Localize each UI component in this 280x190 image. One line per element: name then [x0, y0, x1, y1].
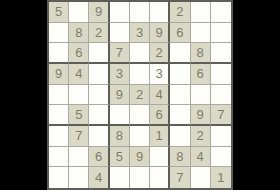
cell-r5c6[interactable]: 4 [150, 85, 170, 106]
cell-r5c9[interactable] [211, 85, 231, 106]
cell-r9c1[interactable] [49, 167, 69, 188]
cell-r8c5[interactable]: 9 [130, 147, 150, 168]
cell-r4c5[interactable] [130, 64, 150, 85]
cell-r3c5[interactable] [130, 43, 150, 64]
cell-r3c8[interactable]: 8 [191, 43, 211, 64]
cell-r2c5[interactable]: 3 [130, 23, 150, 44]
cell-r6c6[interactable]: 6 [150, 105, 170, 126]
cell-r5c4[interactable]: 9 [110, 85, 130, 106]
cell-r1c2[interactable] [69, 2, 89, 23]
cell-r5c8[interactable] [191, 85, 211, 106]
cell-r8c4[interactable]: 5 [110, 147, 130, 168]
cell-r9c2[interactable] [69, 167, 89, 188]
cell-r7c6[interactable]: 1 [150, 126, 170, 147]
cell-r4c1[interactable]: 9 [49, 64, 69, 85]
cell-r3c7[interactable] [170, 43, 190, 64]
cell-r6c7[interactable] [170, 105, 190, 126]
cell-r6c3[interactable] [89, 105, 109, 126]
cell-r7c4[interactable]: 8 [110, 126, 130, 147]
cell-r3c9[interactable] [211, 43, 231, 64]
cell-r4c2[interactable]: 4 [69, 64, 89, 85]
cell-r8c2[interactable] [69, 147, 89, 168]
cell-r6c9[interactable]: 7 [211, 105, 231, 126]
cell-r8c7[interactable]: 8 [170, 147, 190, 168]
cell-r9c9[interactable]: 1 [211, 167, 231, 188]
cell-r5c1[interactable] [49, 85, 69, 106]
cell-r2c6[interactable]: 9 [150, 23, 170, 44]
cell-r8c9[interactable] [211, 147, 231, 168]
cell-r7c8[interactable]: 2 [191, 126, 211, 147]
cell-r3c3[interactable] [89, 43, 109, 64]
cell-r2c3[interactable]: 2 [89, 23, 109, 44]
cell-r7c3[interactable] [89, 126, 109, 147]
cell-r6c1[interactable] [49, 105, 69, 126]
cell-r2c2[interactable]: 8 [69, 23, 89, 44]
cell-r3c6[interactable]: 2 [150, 43, 170, 64]
cell-r7c9[interactable] [211, 126, 231, 147]
cell-r3c4[interactable]: 7 [110, 43, 130, 64]
cell-r9c6[interactable] [150, 167, 170, 188]
screenshot-background: 592823966728943369245697781265984471 [0, 0, 280, 190]
cell-r5c2[interactable] [69, 85, 89, 106]
cell-r1c1[interactable]: 5 [49, 2, 69, 23]
cell-r4c9[interactable] [211, 64, 231, 85]
cell-r6c8[interactable]: 9 [191, 105, 211, 126]
cell-r2c8[interactable] [191, 23, 211, 44]
sudoku-board: 592823966728943369245697781265984471 [47, 0, 233, 190]
cell-r9c5[interactable] [130, 167, 150, 188]
cell-r6c4[interactable] [110, 105, 130, 126]
cell-r7c5[interactable] [130, 126, 150, 147]
cell-r4c3[interactable] [89, 64, 109, 85]
cell-r7c2[interactable]: 7 [69, 126, 89, 147]
cell-r5c7[interactable] [170, 85, 190, 106]
cell-r6c5[interactable] [130, 105, 150, 126]
cell-r4c7[interactable] [170, 64, 190, 85]
cell-r1c5[interactable] [130, 2, 150, 23]
cell-r9c8[interactable] [191, 167, 211, 188]
cell-r2c9[interactable] [211, 23, 231, 44]
cell-r7c7[interactable] [170, 126, 190, 147]
cell-r5c5[interactable]: 2 [130, 85, 150, 106]
cell-r6c2[interactable]: 5 [69, 105, 89, 126]
cell-r4c6[interactable]: 3 [150, 64, 170, 85]
cell-r2c1[interactable] [49, 23, 69, 44]
cell-r8c6[interactable] [150, 147, 170, 168]
cell-r9c7[interactable]: 7 [170, 167, 190, 188]
cell-r1c3[interactable]: 9 [89, 2, 109, 23]
cell-r1c9[interactable] [211, 2, 231, 23]
cell-r9c3[interactable]: 4 [89, 167, 109, 188]
cell-r5c3[interactable] [89, 85, 109, 106]
cell-r4c4[interactable]: 3 [110, 64, 130, 85]
cell-r1c8[interactable] [191, 2, 211, 23]
cell-r8c1[interactable] [49, 147, 69, 168]
cell-r3c2[interactable]: 6 [69, 43, 89, 64]
cell-r1c4[interactable] [110, 2, 130, 23]
cell-r9c4[interactable] [110, 167, 130, 188]
cell-r8c3[interactable]: 6 [89, 147, 109, 168]
cell-r4c8[interactable]: 6 [191, 64, 211, 85]
cell-r2c7[interactable]: 6 [170, 23, 190, 44]
cell-r3c1[interactable] [49, 43, 69, 64]
cell-r2c4[interactable] [110, 23, 130, 44]
cell-r1c6[interactable] [150, 2, 170, 23]
cell-r1c7[interactable]: 2 [170, 2, 190, 23]
cell-r7c1[interactable] [49, 126, 69, 147]
cell-r8c8[interactable]: 4 [191, 147, 211, 168]
